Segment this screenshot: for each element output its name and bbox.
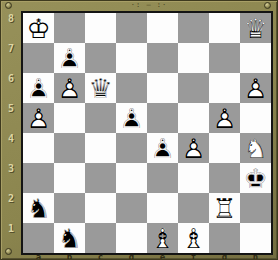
square-f5[interactable] xyxy=(178,103,209,133)
square-d7[interactable] xyxy=(116,43,147,73)
square-f6[interactable] xyxy=(178,73,209,103)
square-e4[interactable]: ♟♙ xyxy=(147,133,178,163)
knight-glyph-outline: ♘ xyxy=(240,133,271,163)
piece-white-queen[interactable]: ♛♕ xyxy=(240,13,271,43)
piece-black-queen[interactable]: ♛♕ xyxy=(85,73,116,103)
square-g1[interactable] xyxy=(209,223,240,253)
square-c4[interactable] xyxy=(85,133,116,163)
rank-label-5: 5 xyxy=(1,103,21,133)
piece-white-king[interactable]: ♚♔ xyxy=(23,13,54,43)
rank-label-2: 2 xyxy=(1,193,21,223)
square-e6[interactable] xyxy=(147,73,178,103)
pawn-glyph-outline: ♙ xyxy=(54,73,85,103)
rank-label-3: 3 xyxy=(1,163,21,193)
king-glyph-outline: ♔ xyxy=(240,163,271,193)
piece-white-pawn[interactable]: ♟♙ xyxy=(178,133,209,163)
square-d2[interactable] xyxy=(116,193,147,223)
board-frame: ·: – :· 87654321 abcdefgh ♚♔♛♕♟♙♟♙♟♙♛♕♟♙… xyxy=(0,0,278,260)
square-f4[interactable]: ♟♙ xyxy=(178,133,209,163)
square-c3[interactable] xyxy=(85,163,116,193)
rank-label-4: 4 xyxy=(1,133,21,163)
rank-label-8: 8 xyxy=(1,13,21,43)
square-c8[interactable] xyxy=(85,13,116,43)
screw-icon xyxy=(5,2,12,9)
square-d8[interactable] xyxy=(116,13,147,43)
square-c6[interactable]: ♛♕ xyxy=(85,73,116,103)
piece-white-pawn[interactable]: ♟♙ xyxy=(23,103,54,133)
square-h8[interactable]: ♛♕ xyxy=(240,13,271,43)
square-g8[interactable] xyxy=(209,13,240,43)
knight-glyph-outline: ♘ xyxy=(23,193,54,223)
rank-label-7: 7 xyxy=(1,43,21,73)
square-c7[interactable] xyxy=(85,43,116,73)
piece-white-pawn[interactable]: ♟♙ xyxy=(54,73,85,103)
king-glyph-outline: ♔ xyxy=(23,13,54,43)
square-a3[interactable] xyxy=(23,163,54,193)
piece-white-knight[interactable]: ♞♘ xyxy=(240,133,271,163)
square-h3[interactable]: ♚♔ xyxy=(240,163,271,193)
square-d6[interactable] xyxy=(116,73,147,103)
square-g5[interactable]: ♟♙ xyxy=(209,103,240,133)
pawn-glyph-outline: ♙ xyxy=(147,133,178,163)
square-d3[interactable] xyxy=(116,163,147,193)
square-d5[interactable]: ♟♙ xyxy=(116,103,147,133)
square-h6[interactable]: ♟♙ xyxy=(240,73,271,103)
screw-icon xyxy=(264,2,271,9)
piece-black-pawn[interactable]: ♟♙ xyxy=(54,43,85,73)
square-g4[interactable] xyxy=(209,133,240,163)
piece-black-pawn[interactable]: ♟♙ xyxy=(116,103,147,133)
chess-board: ♚♔♛♕♟♙♟♙♟♙♛♕♟♙♟♙♟♙♟♙♟♙♟♙♞♘♚♔♞♘♜♖♞♘♝♗♝♗ xyxy=(21,11,273,255)
square-e8[interactable] xyxy=(147,13,178,43)
square-b5[interactable] xyxy=(54,103,85,133)
square-f7[interactable] xyxy=(178,43,209,73)
square-h2[interactable] xyxy=(240,193,271,223)
piece-white-bishop[interactable]: ♝♗ xyxy=(178,223,209,253)
square-h4[interactable]: ♞♘ xyxy=(240,133,271,163)
square-c5[interactable] xyxy=(85,103,116,133)
rank-label-6: 6 xyxy=(1,73,21,103)
piece-white-rook[interactable]: ♜♖ xyxy=(209,193,240,223)
square-a1[interactable] xyxy=(23,223,54,253)
square-a2[interactable]: ♞♘ xyxy=(23,193,54,223)
knight-glyph-outline: ♘ xyxy=(54,223,85,253)
rank-label-1: 1 xyxy=(1,223,21,253)
square-f1[interactable]: ♝♗ xyxy=(178,223,209,253)
square-d4[interactable] xyxy=(116,133,147,163)
square-b4[interactable] xyxy=(54,133,85,163)
square-h7[interactable] xyxy=(240,43,271,73)
square-e1[interactable]: ♝♗ xyxy=(147,223,178,253)
square-e2[interactable] xyxy=(147,193,178,223)
rook-glyph-outline: ♖ xyxy=(209,193,240,223)
square-d1[interactable] xyxy=(116,223,147,253)
queen-glyph-outline: ♕ xyxy=(85,73,116,103)
square-e5[interactable] xyxy=(147,103,178,133)
square-a5[interactable]: ♟♙ xyxy=(23,103,54,133)
pawn-glyph-outline: ♙ xyxy=(54,43,85,73)
square-a6[interactable]: ♟♙ xyxy=(23,73,54,103)
square-g7[interactable] xyxy=(209,43,240,73)
frame-ornament: ·: – :· xyxy=(117,1,181,10)
square-b3[interactable] xyxy=(54,163,85,193)
square-b1[interactable]: ♞♘ xyxy=(54,223,85,253)
piece-black-knight[interactable]: ♞♘ xyxy=(23,193,54,223)
queen-glyph-outline: ♕ xyxy=(240,13,271,43)
pawn-glyph-outline: ♙ xyxy=(209,103,240,133)
rank-labels: 87654321 xyxy=(1,13,21,253)
square-e7[interactable] xyxy=(147,43,178,73)
piece-black-king[interactable]: ♚♔ xyxy=(240,163,271,193)
piece-black-pawn[interactable]: ♟♙ xyxy=(147,133,178,163)
piece-white-bishop[interactable]: ♝♗ xyxy=(147,223,178,253)
square-a8[interactable]: ♚♔ xyxy=(23,13,54,43)
piece-black-pawn[interactable]: ♟♙ xyxy=(23,73,54,103)
square-a4[interactable] xyxy=(23,133,54,163)
square-c1[interactable] xyxy=(85,223,116,253)
square-f8[interactable] xyxy=(178,13,209,43)
pawn-glyph-outline: ♙ xyxy=(23,103,54,133)
pawn-glyph-outline: ♙ xyxy=(240,73,271,103)
square-f2[interactable] xyxy=(178,193,209,223)
pawn-glyph-outline: ♙ xyxy=(116,103,147,133)
square-h1[interactable] xyxy=(240,223,271,253)
square-h5[interactable] xyxy=(240,103,271,133)
square-f3[interactable] xyxy=(178,163,209,193)
piece-white-pawn[interactable]: ♟♙ xyxy=(209,103,240,133)
square-g3[interactable] xyxy=(209,163,240,193)
square-b8[interactable] xyxy=(54,13,85,43)
pawn-glyph-outline: ♙ xyxy=(23,73,54,103)
square-a7[interactable] xyxy=(23,43,54,73)
square-e3[interactable] xyxy=(147,163,178,193)
square-b2[interactable] xyxy=(54,193,85,223)
square-b6[interactable]: ♟♙ xyxy=(54,73,85,103)
square-b7[interactable]: ♟♙ xyxy=(54,43,85,73)
bishop-glyph-outline: ♗ xyxy=(178,223,209,253)
bishop-glyph-outline: ♗ xyxy=(147,223,178,253)
square-c2[interactable] xyxy=(85,193,116,223)
piece-white-pawn[interactable]: ♟♙ xyxy=(240,73,271,103)
piece-black-knight[interactable]: ♞♘ xyxy=(54,223,85,253)
pawn-glyph-outline: ♙ xyxy=(178,133,209,163)
square-g2[interactable]: ♜♖ xyxy=(209,193,240,223)
square-g6[interactable] xyxy=(209,73,240,103)
